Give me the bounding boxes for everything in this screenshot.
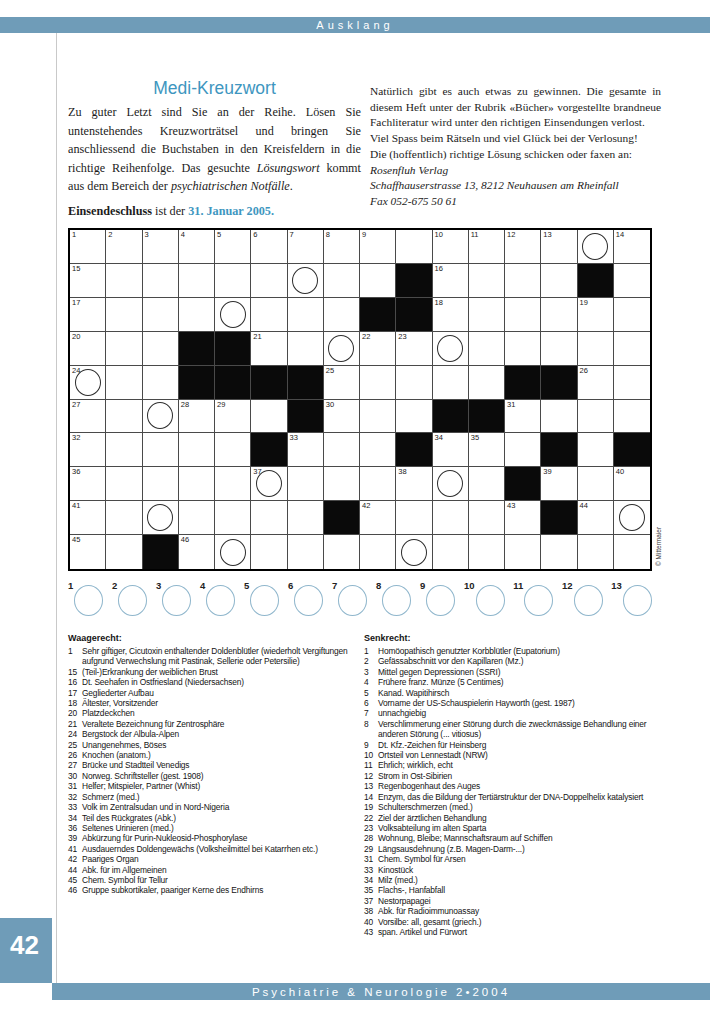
grid-cell[interactable]: [143, 366, 179, 400]
grid-cell[interactable]: 23: [396, 332, 432, 366]
clue-number: 14: [616, 231, 624, 239]
grid-cell[interactable]: [106, 332, 142, 366]
clue-item: 45Chem. Symbol für Tellur: [68, 875, 364, 885]
grid-cell[interactable]: [433, 501, 469, 535]
clue-number: 9: [362, 231, 366, 239]
grid-cell[interactable]: [143, 501, 179, 535]
grid-cell[interactable]: [614, 400, 650, 434]
grid-cell[interactable]: [396, 400, 432, 434]
text-segment: psychiatrischen Notfälle: [171, 179, 290, 193]
grid-cell[interactable]: 16: [433, 264, 469, 298]
clue-item: 17Gegliederter Aufbau: [68, 688, 364, 698]
grid-cell[interactable]: 1: [70, 230, 106, 264]
grid-cell[interactable]: [541, 535, 577, 569]
grid-cell[interactable]: [251, 298, 287, 332]
grid-cell[interactable]: 39: [541, 467, 577, 501]
clue-item-text: Sehr giftiger, Cicutoxin enthaltender Do…: [82, 646, 364, 667]
solution-unit: 7: [332, 578, 367, 616]
clue-item: 29Längsausdehnung (z.B. Magen-Darm-...): [364, 844, 662, 854]
clue-item-number: 2: [364, 656, 378, 666]
grid-cell[interactable]: [179, 264, 215, 298]
grid-cell[interactable]: 15: [70, 264, 106, 298]
solution-word-row: 12345678910111213: [68, 578, 652, 616]
grid-cell[interactable]: [578, 467, 614, 501]
solution-circle[interactable]: [162, 585, 191, 616]
clue-item-number: 19: [364, 802, 378, 812]
grid-cell[interactable]: [433, 467, 469, 501]
clue-item: 36Seltenes Urinieren (med.): [68, 823, 364, 833]
black-cell: [143, 535, 179, 569]
clue-number: 29: [217, 401, 225, 409]
page-number: 42: [0, 918, 52, 961]
grid-cell[interactable]: [360, 467, 396, 501]
grid-cell[interactable]: [614, 332, 650, 366]
grid-cell[interactable]: [106, 501, 142, 535]
solution-letter-circle: [256, 470, 282, 497]
grid-cell[interactable]: [251, 501, 287, 535]
grid-cell[interactable]: [143, 400, 179, 434]
clue-item-text: Volksabteilung im alten Sparta: [378, 823, 662, 833]
grid-cell[interactable]: 28: [179, 400, 215, 434]
section-header-bar: Ausklang: [0, 17, 710, 33]
clue-number: 40: [616, 468, 624, 476]
grid-cell[interactable]: 13: [541, 230, 577, 264]
black-cell: [324, 501, 360, 535]
clue-item-number: 36: [68, 823, 82, 833]
clue-item: 7unnachgiebig: [364, 708, 662, 718]
grid-cell[interactable]: [288, 467, 324, 501]
grid-cell[interactable]: [541, 298, 577, 332]
grid-cell[interactable]: [324, 433, 360, 467]
black-cell: [541, 366, 577, 400]
solution-unit: 6: [288, 578, 323, 616]
clue-item-text: Knochen (anatom.): [82, 750, 364, 760]
solution-index: 10: [464, 580, 475, 591]
grid-cell[interactable]: [324, 298, 360, 332]
grid-cell[interactable]: 6: [251, 230, 287, 264]
black-cell: [251, 433, 287, 467]
solution-circle[interactable]: [294, 585, 323, 616]
grid-cell[interactable]: [106, 535, 142, 569]
clue-number: 22: [362, 333, 370, 341]
grid-cell[interactable]: 4: [179, 230, 215, 264]
grid-cell[interactable]: [578, 535, 614, 569]
grid-cell[interactable]: [215, 501, 251, 535]
grid-cell[interactable]: [106, 366, 142, 400]
clue-number: 1: [72, 231, 76, 239]
grid-cell[interactable]: 17: [70, 298, 106, 332]
solution-index: 12: [562, 580, 573, 591]
clue-item-text: Helfer; Mitspieler, Partner (Whist): [82, 781, 364, 791]
clue-item-text: Kanad. Wapitihirsch: [378, 688, 662, 698]
journal-footer-bar: Psychiatrie & Neurologie 2•2004: [52, 983, 710, 1000]
solution-unit: 5: [244, 578, 279, 616]
grid-cell[interactable]: 21: [251, 332, 287, 366]
grid-cell[interactable]: 37: [251, 467, 287, 501]
grid-cell[interactable]: [578, 332, 614, 366]
solution-letter-circle: [401, 539, 427, 566]
grid-cell[interactable]: [143, 298, 179, 332]
clue-item-number: 42: [68, 854, 82, 864]
grid-cell[interactable]: 36: [70, 467, 106, 501]
grid-cell[interactable]: [215, 467, 251, 501]
grid-cell[interactable]: 33: [288, 433, 324, 467]
grid-cell[interactable]: 32: [70, 433, 106, 467]
clue-item-number: 25: [68, 740, 82, 750]
clue-item-text: Unangenehmes, Böses: [82, 740, 364, 750]
grid-cell[interactable]: [614, 264, 650, 298]
solution-letter-circle: [437, 470, 463, 497]
grid-cell[interactable]: 19: [578, 298, 614, 332]
grid-cell[interactable]: 38: [396, 467, 432, 501]
clue-item-number: 13: [364, 781, 378, 791]
solution-circle[interactable]: [74, 585, 103, 616]
clue-number: 28: [181, 401, 189, 409]
grid-cell[interactable]: [396, 366, 432, 400]
clue-item-text: Abk. für im Allgemeinen: [82, 865, 364, 875]
solution-circle[interactable]: [574, 585, 603, 616]
grid-cell[interactable]: 8: [324, 230, 360, 264]
grid-cell[interactable]: [578, 400, 614, 434]
grid-cell[interactable]: 31: [505, 400, 541, 434]
grid-cell[interactable]: [106, 264, 142, 298]
solution-circle[interactable]: [250, 585, 279, 616]
solution-circle[interactable]: [623, 585, 652, 616]
black-cell: [179, 332, 215, 366]
grid-cell[interactable]: [288, 264, 324, 298]
grid-cell[interactable]: [614, 501, 650, 535]
grid-cell[interactable]: 18: [433, 298, 469, 332]
grid-cell[interactable]: 20: [70, 332, 106, 366]
clue-item-text: Gefässabschnitt vor den Kapillaren (Mz.): [378, 656, 662, 666]
grid-cell[interactable]: [433, 366, 469, 400]
clue-number: 8: [326, 231, 330, 239]
clue-number: 11: [471, 231, 479, 239]
clue-item-text: Kinostück: [378, 865, 662, 875]
grid-cell[interactable]: [541, 264, 577, 298]
grid-cell[interactable]: [541, 400, 577, 434]
grid-cell[interactable]: [505, 535, 541, 569]
intro-right-line: Rosenfluh Verlag: [370, 163, 661, 179]
grid-cell[interactable]: [614, 366, 650, 400]
grid-cell[interactable]: [433, 332, 469, 366]
clues-down: Senkrecht: 1Homöopathisch genutzter Korb…: [364, 633, 662, 937]
solution-circle[interactable]: [426, 585, 455, 616]
solution-letter-circle: [619, 504, 645, 531]
grid-cell[interactable]: 44: [578, 501, 614, 535]
grid-cell[interactable]: [106, 467, 142, 501]
grid-cell[interactable]: [288, 332, 324, 366]
grid-cell[interactable]: [215, 433, 251, 467]
clue-item: 10Ortsteil von Lennestadt (NRW): [364, 750, 662, 760]
grid-cell[interactable]: 24: [70, 366, 106, 400]
grid-cell[interactable]: [106, 400, 142, 434]
clue-item: 8Verschlimmerung einer Störung durch die…: [364, 719, 662, 740]
grid-cell[interactable]: [324, 467, 360, 501]
grid-cell[interactable]: [505, 264, 541, 298]
clue-item-number: 41: [68, 844, 82, 854]
clue-item-number: 17: [68, 688, 82, 698]
clue-item-number: 46: [68, 885, 82, 895]
solution-index: 1: [68, 580, 73, 591]
clue-number: 15: [72, 265, 80, 273]
clue-item: 2Gefässabschnitt vor den Kapillaren (Mz.…: [364, 656, 662, 666]
clue-item: 27Brücke und Stadtteil Venedigs: [68, 760, 364, 770]
grid-cell[interactable]: [324, 264, 360, 298]
grid-cell[interactable]: 46: [179, 535, 215, 569]
clue-item-text: Teil des Rückgrates (Abk.): [82, 813, 364, 823]
grid-cell[interactable]: [469, 467, 505, 501]
text-segment: .: [290, 179, 293, 193]
grid-cell[interactable]: [106, 433, 142, 467]
clue-item-number: 35: [364, 885, 378, 895]
clue-number: 12: [507, 231, 515, 239]
grid-cell[interactable]: [215, 264, 251, 298]
black-cell: [505, 366, 541, 400]
clue-item-text: Norweg. Schriftsteller (gest. 1908): [82, 771, 364, 781]
grid-cell[interactable]: [360, 366, 396, 400]
solution-letter-circle: [582, 233, 608, 260]
solution-circle[interactable]: [338, 585, 367, 616]
clue-number: 44: [580, 502, 588, 510]
solution-letter-circle: [437, 335, 463, 362]
clue-item: 1Sehr giftiger, Cicutoxin enthaltender D…: [68, 646, 364, 667]
grid-cell[interactable]: [614, 298, 650, 332]
grid-cell[interactable]: [360, 535, 396, 569]
grid-cell[interactable]: [251, 535, 287, 569]
grid-cell[interactable]: [469, 298, 505, 332]
solution-letter-circle: [328, 335, 354, 362]
clue-item-number: 10: [364, 750, 378, 760]
clue-item-number: 7: [364, 708, 378, 718]
clue-number: 34: [435, 434, 443, 442]
clue-item: 15(Teil-)Erkrankung der weiblichen Brust: [68, 667, 364, 677]
grid-cell[interactable]: 29: [215, 400, 251, 434]
grid-cell[interactable]: 26: [578, 366, 614, 400]
clue-item: 5Kanad. Wapitihirsch: [364, 688, 662, 698]
solution-letter-circle: [220, 539, 246, 566]
grid-cell[interactable]: [251, 264, 287, 298]
solution-letter-circle: [292, 267, 318, 294]
clue-item: 32Schmerz (med.): [68, 792, 364, 802]
grid-cell[interactable]: 12: [505, 230, 541, 264]
grid-cell[interactable]: 40: [614, 467, 650, 501]
grid-cell[interactable]: [360, 264, 396, 298]
left-margin-rule: [56, 33, 57, 983]
clue-number: 6: [253, 231, 257, 239]
clue-item-text: unnachgiebig: [378, 708, 662, 718]
grid-cell[interactable]: 27: [70, 400, 106, 434]
clue-item: 31Helfer; Mitspieler, Partner (Whist): [68, 781, 364, 791]
clue-item: 18Ältester, Vorsitzender: [68, 698, 364, 708]
solution-unit: 3: [156, 578, 191, 616]
grid-cell[interactable]: 35: [469, 433, 505, 467]
clue-number: 27: [72, 401, 80, 409]
grid-cell[interactable]: [505, 332, 541, 366]
grid-cell[interactable]: [469, 535, 505, 569]
solution-circle[interactable]: [476, 585, 505, 616]
clue-number: 18: [435, 299, 443, 307]
solution-circle[interactable]: [118, 585, 147, 616]
clue-number: 20: [72, 333, 80, 341]
solution-index: 11: [513, 580, 523, 591]
grid-cell[interactable]: [179, 501, 215, 535]
grid-cell[interactable]: 3: [143, 230, 179, 264]
clue-item: 34Milz (med.): [364, 875, 662, 885]
solution-unit: 9: [420, 578, 455, 616]
clue-item: 31Chem. Symbol für Arsen: [364, 854, 662, 864]
solution-circle[interactable]: [524, 585, 553, 616]
grid-cell[interactable]: [541, 332, 577, 366]
clue-item-text: Regenbogenhaut des Auges: [378, 781, 662, 791]
clue-item-text: Milz (med.): [378, 875, 662, 885]
grid-cell[interactable]: [288, 535, 324, 569]
grid-cell[interactable]: [433, 535, 469, 569]
clue-item-text: Gegliederter Aufbau: [82, 688, 364, 698]
grid-cell[interactable]: 2: [106, 230, 142, 264]
clue-item-number: 31: [68, 781, 82, 791]
grid-cell[interactable]: [143, 433, 179, 467]
clue-item-text: Paariges Organ: [82, 854, 364, 864]
grid-cell[interactable]: 34: [433, 433, 469, 467]
clue-item: 39Abkürzung für Purin-Nukleosid-Phosphor…: [68, 833, 364, 843]
grid-cell[interactable]: [143, 264, 179, 298]
clue-number: 45: [72, 536, 80, 544]
clue-item-text: Volk im Zentralsudan und in Nord-Nigeria: [82, 802, 364, 812]
grid-cell[interactable]: [469, 264, 505, 298]
grid-cell[interactable]: [578, 230, 614, 264]
grid-cell[interactable]: [505, 433, 541, 467]
grid-cell[interactable]: [396, 230, 432, 264]
solution-unit: 11: [513, 578, 553, 616]
clue-number: 19: [580, 299, 588, 307]
grid-cell[interactable]: 11: [469, 230, 505, 264]
clue-item-text: Verschlimmerung einer Störung durch die …: [378, 719, 662, 740]
grid-cell[interactable]: 42: [360, 501, 396, 535]
solution-letter-circle: [75, 369, 101, 396]
grid-cell[interactable]: [251, 400, 287, 434]
grid-cell[interactable]: 22: [360, 332, 396, 366]
intro-right-line: Schaffhauserstrasse 13, 8212 Neuhausen a…: [370, 178, 661, 194]
grid-cell[interactable]: [288, 501, 324, 535]
clue-item-number: 31: [364, 854, 378, 864]
grid-cell[interactable]: 10: [433, 230, 469, 264]
grid-cell[interactable]: 7: [288, 230, 324, 264]
grid-cell[interactable]: 30: [324, 400, 360, 434]
grid-cell[interactable]: [614, 535, 650, 569]
clue-item: 9Dt. Kfz.-Zeichen für Heinsberg: [364, 740, 662, 750]
clue-item-number: 38: [364, 906, 378, 916]
grid-cell[interactable]: [505, 298, 541, 332]
clue-item: 42Paariges Organ: [68, 854, 364, 864]
clue-item-text: Brücke und Stadtteil Venedigs: [82, 760, 364, 770]
clue-item-number: 43: [364, 927, 378, 937]
clue-item-number: 20: [68, 708, 82, 718]
clue-item: 33Kinostück: [364, 865, 662, 875]
grid-cell[interactable]: 25: [324, 366, 360, 400]
clue-item-text: Längsausdehnung (z.B. Magen-Darm-...): [378, 844, 662, 854]
grid-cell[interactable]: [324, 332, 360, 366]
grid-cell[interactable]: [215, 298, 251, 332]
grid-cell[interactable]: [396, 501, 432, 535]
clue-number: 36: [72, 468, 80, 476]
solution-index: 4: [200, 580, 205, 591]
clue-number: 41: [72, 502, 80, 510]
page-number-badge: 42: [0, 918, 52, 983]
clue-item-number: 33: [68, 802, 82, 812]
clue-number: 33: [290, 434, 298, 442]
clue-item-text: Homöopathisch genutzter Korbblütler (Eup…: [378, 646, 662, 656]
clues-across-title: Waagerecht:: [68, 633, 364, 643]
grid-cell[interactable]: [396, 535, 432, 569]
clue-item-text: Ausdauerndes Doldengewächs (Volksheilmit…: [82, 844, 364, 854]
black-cell: [215, 332, 251, 366]
clue-item: 44Abk. für im Allgemeinen: [68, 865, 364, 875]
clue-item-text: Enzym, das die Bildung der Tertiärstrukt…: [378, 792, 662, 802]
clue-item: 12Strom in Ost-Sibirien: [364, 771, 662, 781]
black-cell: [433, 400, 469, 434]
grid-cell[interactable]: [106, 298, 142, 332]
grid-cell[interactable]: [469, 332, 505, 366]
black-cell: [288, 366, 324, 400]
clue-number: 39: [543, 468, 551, 476]
black-cell: [251, 366, 287, 400]
clue-item: 1Homöopathisch genutzter Korbblütler (Eu…: [364, 646, 662, 656]
clue-number: 21: [253, 333, 261, 341]
grid-cell[interactable]: 41: [70, 501, 106, 535]
grid-cell[interactable]: 5: [215, 230, 251, 264]
solution-letter-circle: [220, 301, 246, 328]
grid-cell[interactable]: [288, 298, 324, 332]
grid-cell[interactable]: [469, 366, 505, 400]
black-cell: [614, 433, 650, 467]
grid-cell[interactable]: 14: [614, 230, 650, 264]
clue-item-text: Chem. Symbol für Arsen: [378, 854, 662, 864]
clue-item: 35Flachs-, Hanfabfall: [364, 885, 662, 895]
grid-cell[interactable]: [215, 535, 251, 569]
clue-item-number: 11: [364, 760, 378, 770]
grid-cell[interactable]: [179, 467, 215, 501]
solution-circle[interactable]: [206, 585, 235, 616]
solution-circle[interactable]: [382, 585, 411, 616]
grid-cell[interactable]: 9: [360, 230, 396, 264]
clue-number: 3: [145, 231, 149, 239]
grid-cell[interactable]: 43: [505, 501, 541, 535]
clue-item: 14Enzym, das die Bildung der Tertiärstru…: [364, 792, 662, 802]
grid-cell[interactable]: [360, 400, 396, 434]
grid-cell[interactable]: [324, 535, 360, 569]
clues-down-list: 1Homöopathisch genutzter Korbblütler (Eu…: [364, 646, 662, 937]
clue-item-number: 14: [364, 792, 378, 802]
grid-cell[interactable]: [360, 433, 396, 467]
grid-cell[interactable]: [143, 467, 179, 501]
grid-cell[interactable]: [179, 298, 215, 332]
clue-item-number: 18: [68, 698, 82, 708]
clue-item: 30Norweg. Schriftsteller (gest. 1908): [68, 771, 364, 781]
clues-across: Waagerecht: 1Sehr giftiger, Cicutoxin en…: [68, 633, 364, 896]
clue-item-text: Schulterschmerzen (med.): [378, 802, 662, 812]
grid-cell[interactable]: 45: [70, 535, 106, 569]
grid-cell[interactable]: [179, 433, 215, 467]
clue-item: 41Ausdauerndes Doldengewächs (Volksheilm…: [68, 844, 364, 854]
clue-item-text: Gruppe subkortikaler, paariger Kerne des…: [82, 885, 364, 895]
clue-item-number: 4: [364, 677, 378, 687]
grid-cell[interactable]: [469, 501, 505, 535]
black-cell: [288, 400, 324, 434]
grid-cell[interactable]: [578, 433, 614, 467]
grid-cell[interactable]: [143, 332, 179, 366]
clue-item-text: Ältester, Vorsitzender: [82, 698, 364, 708]
